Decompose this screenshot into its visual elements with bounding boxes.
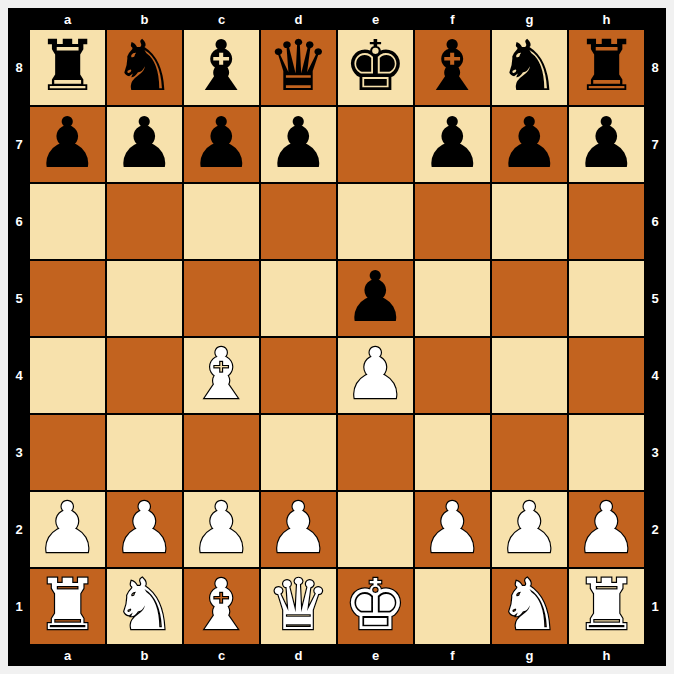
file-label-f: f [415,644,490,666]
piece-white-king[interactable]: ♚ [344,568,407,643]
rank-label-3: 3 [644,415,666,490]
piece-black-pawn[interactable]: ♟ [113,106,176,181]
piece-black-pawn[interactable]: ♟ [575,106,638,181]
piece-white-pawn[interactable]: ♟ [421,491,484,566]
square-e5[interactable]: ♟ [338,261,413,336]
square-e1[interactable]: ♚ [338,569,413,644]
piece-black-bishop[interactable]: ♝ [421,29,484,104]
file-label-g: g [492,644,567,666]
square-a6[interactable] [30,184,105,259]
square-g8[interactable]: ♞ [492,30,567,105]
piece-black-pawn[interactable]: ♟ [190,106,253,181]
chessboard-frame: abcdefgh abcdefgh 87654321 87654321 ♜♞♝♛… [8,8,666,666]
file-label-h: h [569,644,644,666]
piece-white-pawn[interactable]: ♟ [113,491,176,566]
square-g4[interactable] [492,338,567,413]
piece-white-knight[interactable]: ♞ [498,568,561,643]
square-d5[interactable] [261,261,336,336]
square-h8[interactable]: ♜ [569,30,644,105]
square-f1[interactable] [415,569,490,644]
square-b1[interactable]: ♞ [107,569,182,644]
piece-black-knight[interactable]: ♞ [113,29,176,104]
rank-label-7: 7 [8,107,30,182]
rank-label-6: 6 [8,184,30,259]
square-c4[interactable]: ♝ [184,338,259,413]
square-f7[interactable]: ♟ [415,107,490,182]
square-c5[interactable] [184,261,259,336]
piece-white-pawn[interactable]: ♟ [575,491,638,566]
square-a7[interactable]: ♟ [30,107,105,182]
square-d7[interactable]: ♟ [261,107,336,182]
square-a5[interactable] [30,261,105,336]
rank-label-1: 1 [644,569,666,644]
square-d3[interactable] [261,415,336,490]
file-label-b: b [107,644,182,666]
square-b2[interactable]: ♟ [107,492,182,567]
square-g5[interactable] [492,261,567,336]
rank-label-2: 2 [8,492,30,567]
piece-black-pawn[interactable]: ♟ [421,106,484,181]
square-b4[interactable] [107,338,182,413]
square-h4[interactable] [569,338,644,413]
piece-black-queen[interactable]: ♛ [267,29,330,104]
square-c7[interactable]: ♟ [184,107,259,182]
rank-label-2: 2 [644,492,666,567]
board-squares: ♜♞♝♛♚♝♞♜♟♟♟♟♟♟♟♟♝♟♟♟♟♟♟♟♟♜♞♝♛♚♞♜ [30,30,644,644]
rank-labels-right: 87654321 [644,30,666,644]
rank-label-8: 8 [8,30,30,105]
square-c3[interactable] [184,415,259,490]
file-label-d: d [261,644,336,666]
piece-white-bishop[interactable]: ♝ [190,568,253,643]
file-labels-bottom: abcdefgh [30,644,644,666]
square-e2[interactable] [338,492,413,567]
piece-white-pawn[interactable]: ♟ [190,491,253,566]
piece-black-rook[interactable]: ♜ [36,29,99,104]
square-f5[interactable] [415,261,490,336]
rank-label-3: 3 [8,415,30,490]
piece-black-pawn[interactable]: ♟ [36,106,99,181]
square-h7[interactable]: ♟ [569,107,644,182]
rank-label-4: 4 [8,338,30,413]
square-b3[interactable] [107,415,182,490]
piece-black-king[interactable]: ♚ [344,29,407,104]
piece-white-pawn[interactable]: ♟ [498,491,561,566]
piece-white-rook[interactable]: ♜ [36,568,99,643]
square-g3[interactable] [492,415,567,490]
square-b5[interactable] [107,261,182,336]
piece-white-bishop[interactable]: ♝ [190,337,253,412]
square-g2[interactable]: ♟ [492,492,567,567]
rank-label-5: 5 [8,261,30,336]
square-e7[interactable] [338,107,413,182]
file-label-e: e [338,644,413,666]
square-b8[interactable]: ♞ [107,30,182,105]
square-h5[interactable] [569,261,644,336]
square-e8[interactable]: ♚ [338,30,413,105]
square-f8[interactable]: ♝ [415,30,490,105]
rank-label-4: 4 [644,338,666,413]
square-a2[interactable]: ♟ [30,492,105,567]
square-g7[interactable]: ♟ [492,107,567,182]
square-g6[interactable] [492,184,567,259]
square-a4[interactable] [30,338,105,413]
square-h3[interactable] [569,415,644,490]
piece-white-pawn[interactable]: ♟ [267,491,330,566]
square-f2[interactable]: ♟ [415,492,490,567]
rank-label-1: 1 [8,569,30,644]
rank-label-7: 7 [644,107,666,182]
square-e6[interactable] [338,184,413,259]
square-e4[interactable]: ♟ [338,338,413,413]
piece-white-pawn[interactable]: ♟ [344,337,407,412]
square-f3[interactable] [415,415,490,490]
square-h2[interactable]: ♟ [569,492,644,567]
piece-white-queen[interactable]: ♛ [267,568,330,643]
square-a3[interactable] [30,415,105,490]
square-b7[interactable]: ♟ [107,107,182,182]
square-c2[interactable]: ♟ [184,492,259,567]
square-c1[interactable]: ♝ [184,569,259,644]
square-a1[interactable]: ♜ [30,569,105,644]
square-h6[interactable] [569,184,644,259]
rank-labels-left: 87654321 [8,30,30,644]
file-label-c: c [184,644,259,666]
square-d4[interactable] [261,338,336,413]
piece-black-rook[interactable]: ♜ [575,29,638,104]
piece-black-bishop[interactable]: ♝ [190,29,253,104]
piece-white-pawn[interactable]: ♟ [36,491,99,566]
square-d2[interactable]: ♟ [261,492,336,567]
square-d8[interactable]: ♛ [261,30,336,105]
square-a8[interactable]: ♜ [30,30,105,105]
square-f4[interactable] [415,338,490,413]
piece-black-knight[interactable]: ♞ [498,29,561,104]
square-c6[interactable] [184,184,259,259]
square-c8[interactable]: ♝ [184,30,259,105]
rank-label-6: 6 [644,184,666,259]
piece-white-knight[interactable]: ♞ [113,568,176,643]
square-b6[interactable] [107,184,182,259]
square-d6[interactable] [261,184,336,259]
piece-black-pawn[interactable]: ♟ [267,106,330,181]
piece-black-pawn[interactable]: ♟ [344,260,407,335]
piece-white-rook[interactable]: ♜ [575,568,638,643]
file-label-a: a [30,644,105,666]
square-d1[interactable]: ♛ [261,569,336,644]
rank-label-8: 8 [644,30,666,105]
square-h1[interactable]: ♜ [569,569,644,644]
piece-black-pawn[interactable]: ♟ [498,106,561,181]
square-g1[interactable]: ♞ [492,569,567,644]
square-e3[interactable] [338,415,413,490]
square-f6[interactable] [415,184,490,259]
rank-label-5: 5 [644,261,666,336]
